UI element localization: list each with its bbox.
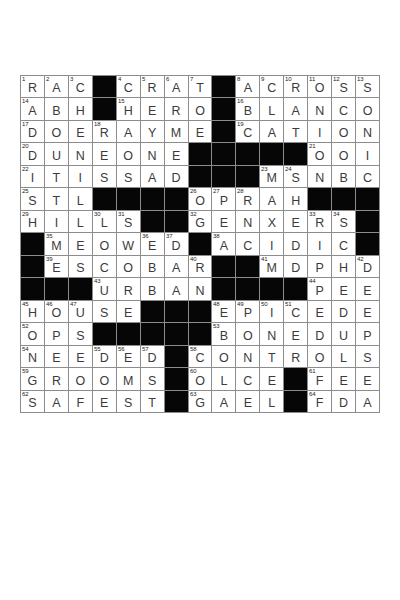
grid-cell-r1c15[interactable]: 13S: [356, 76, 379, 97]
grid-cell-r13c13[interactable]: O: [308, 346, 331, 367]
grid-cell-r1c2[interactable]: 2A: [45, 76, 68, 97]
black-cell-r4c9: [212, 143, 235, 164]
black-cell-r12c6: [141, 323, 164, 344]
black-cell-r12c7: [165, 323, 188, 344]
grid-cell-r1c7[interactable]: 6A: [165, 76, 188, 97]
grid-cell-r11c2[interactable]: 46O: [45, 301, 68, 322]
black-cell-r1c9: [212, 76, 235, 97]
cell-letter: A: [363, 397, 371, 410]
grid-cell-r2c6[interactable]: E: [141, 98, 164, 119]
clue-number-63: 63: [190, 391, 197, 397]
grid-cell-r14c3[interactable]: O: [69, 368, 92, 389]
grid-cell-r14c4[interactable]: O: [93, 368, 116, 389]
grid-cell-r6c8[interactable]: 26O: [189, 188, 212, 209]
grid-cell-r9c11[interactable]: 41M: [260, 256, 283, 277]
grid-cell-r13c9[interactable]: O: [212, 346, 235, 367]
cell-letter: N: [195, 285, 204, 298]
grid-cell-r6c10[interactable]: 28R: [236, 188, 259, 209]
grid-cell-r5c2[interactable]: T: [45, 166, 68, 187]
cell-letter: E: [220, 307, 228, 320]
cell-letter: O: [195, 105, 205, 118]
grid-cell-r7c14[interactable]: 34S: [332, 211, 355, 232]
grid-cell-r8c13[interactable]: I: [308, 233, 331, 254]
grid-cell-r4c15[interactable]: I: [356, 143, 379, 164]
cell-letter: E: [148, 240, 156, 253]
grid-cell-r3c2[interactable]: O: [45, 121, 68, 142]
grid-cell-r7c4[interactable]: 30L: [93, 211, 116, 232]
grid-cell-r15c4[interactable]: E: [93, 391, 116, 412]
grid-cell-r8c14[interactable]: C: [332, 233, 355, 254]
cell-letter: U: [52, 150, 61, 163]
grid-cell-r15c9[interactable]: A: [212, 391, 235, 412]
grid-cell-r7c9[interactable]: E: [212, 211, 235, 232]
cell-letter: E: [363, 285, 371, 298]
cell-letter: M: [51, 240, 61, 253]
black-cell-r10c1: [21, 278, 44, 299]
cell-letter: E: [220, 217, 228, 230]
grid-cell-r12c11[interactable]: N: [260, 323, 283, 344]
grid-cell-r11c1[interactable]: 45H: [21, 301, 44, 322]
clue-number-10: 10: [285, 76, 292, 82]
black-cell-r14c12: [284, 368, 307, 389]
grid-cell-r9c7[interactable]: A: [165, 256, 188, 277]
grid-cell-r14c13[interactable]: 61F: [308, 368, 331, 389]
grid-cell-r5c14[interactable]: B: [332, 166, 355, 187]
grid-cell-r4c7[interactable]: E: [165, 143, 188, 164]
grid-cell-r13c5[interactable]: 56E: [117, 346, 140, 367]
grid-cell-r7c5[interactable]: 31S: [117, 211, 140, 232]
cell-letter: E: [292, 217, 300, 230]
grid-cell-r1c11[interactable]: 9C: [260, 76, 283, 97]
grid-cell-r14c14[interactable]: E: [332, 368, 355, 389]
grid-cell-r8c5[interactable]: W: [117, 233, 140, 254]
grid-cell-r3c6[interactable]: Y: [141, 121, 164, 142]
grid-cell-r9c3[interactable]: S: [69, 256, 92, 277]
grid-cell-r15c5[interactable]: S: [117, 391, 140, 412]
grid-cell-r11c14[interactable]: D: [332, 301, 355, 322]
grid-cell-r2c7[interactable]: R: [165, 98, 188, 119]
clue-number-2: 2: [46, 76, 49, 82]
grid-cell-r2c15[interactable]: O: [356, 98, 379, 119]
grid-cell-r1c13[interactable]: 11O: [308, 76, 331, 97]
cell-letter: B: [148, 285, 156, 298]
cell-letter: M: [267, 172, 277, 185]
grid-cell-r15c3[interactable]: F: [69, 391, 92, 412]
grid-cell-r14c8[interactable]: 60O: [189, 368, 212, 389]
grid-cell-r2c11[interactable]: L: [260, 98, 283, 119]
cell-letter: R: [291, 352, 300, 365]
black-cell-r10c2: [45, 278, 68, 299]
clue-number-37: 37: [166, 233, 173, 239]
grid-cell-r1c3[interactable]: 3C: [69, 76, 92, 97]
black-cell-r12c5: [117, 323, 140, 344]
grid-cell-r2c12[interactable]: A: [284, 98, 307, 119]
cell-letter: M: [267, 262, 277, 275]
black-cell-r4c11: [260, 143, 283, 164]
cell-letter: A: [220, 397, 228, 410]
grid-cell-r3c8[interactable]: E: [189, 121, 212, 142]
cell-letter: T: [53, 195, 61, 208]
cell-letter: P: [315, 262, 323, 275]
cell-letter: L: [268, 397, 275, 410]
grid-cell-r7c13[interactable]: 33R: [308, 211, 331, 232]
grid-cell-r10c7[interactable]: A: [165, 278, 188, 299]
grid-cell-r1c12[interactable]: 10R: [284, 76, 307, 97]
grid-cell-r7c2[interactable]: I: [45, 211, 68, 232]
cell-letter: A: [172, 82, 180, 95]
cell-letter: C: [76, 82, 85, 95]
cell-letter: E: [339, 285, 347, 298]
black-cell-r10c10: [236, 278, 259, 299]
cell-letter: A: [268, 127, 276, 140]
clue-number-16: 16: [237, 98, 244, 104]
grid-cell-r13c2[interactable]: E: [45, 346, 68, 367]
grid-cell-r3c5[interactable]: A: [117, 121, 140, 142]
cell-letter: L: [268, 105, 275, 118]
cell-letter: E: [76, 240, 84, 253]
cell-letter: I: [366, 150, 369, 163]
grid-cell-r4c4[interactable]: E: [93, 143, 116, 164]
grid-cell-r9c5[interactable]: O: [117, 256, 140, 277]
grid-cell-r15c15[interactable]: A: [356, 391, 379, 412]
cell-letter: R: [172, 105, 181, 118]
grid-cell-r4c5[interactable]: O: [117, 143, 140, 164]
grid-cell-r6c3[interactable]: L: [69, 188, 92, 209]
grid-cell-r2c2[interactable]: B: [45, 98, 68, 119]
grid-cell-r1c14[interactable]: 12S: [332, 76, 355, 97]
clue-number-62: 62: [22, 391, 29, 397]
grid-cell-r14c10[interactable]: C: [236, 368, 259, 389]
clue-number-1: 1: [22, 76, 25, 82]
black-cell-r6c13: [308, 188, 331, 209]
clue-number-57: 57: [142, 346, 149, 352]
grid-cell-r13c3[interactable]: E: [69, 346, 92, 367]
grid-cell-r3c11[interactable]: A: [260, 121, 283, 142]
grid-cell-r5c4[interactable]: S: [93, 166, 116, 187]
clue-number-18: 18: [94, 121, 101, 127]
cell-letter: D: [291, 240, 300, 253]
grid-cell-r12c15[interactable]: P: [356, 323, 379, 344]
grid-cell-r4c2[interactable]: U: [45, 143, 68, 164]
cell-letter: E: [148, 105, 156, 118]
cell-letter: S: [28, 195, 36, 208]
grid-cell-r9c15[interactable]: 42D: [356, 256, 379, 277]
cell-letter: S: [28, 397, 36, 410]
clue-number-13: 13: [357, 76, 364, 82]
grid-cell-r15c6[interactable]: T: [141, 391, 164, 412]
black-cell-r4c8: [189, 143, 212, 164]
grid-cell-r6c11[interactable]: A: [260, 188, 283, 209]
black-cell-r10c3: [69, 278, 92, 299]
grid-cell-r8c7[interactable]: 37D: [165, 233, 188, 254]
grid-cell-r14c2[interactable]: R: [45, 368, 68, 389]
grid-cell-r11c12[interactable]: 51C: [284, 301, 307, 322]
grid-cell-r4c1[interactable]: 20D: [21, 143, 44, 164]
cell-letter: E: [339, 375, 347, 388]
grid-cell-r4c3[interactable]: N: [69, 143, 92, 164]
cell-letter: E: [100, 397, 108, 410]
cell-letter: C: [243, 240, 252, 253]
grid-cell-r12c3[interactable]: S: [69, 323, 92, 344]
cell-letter: C: [243, 375, 252, 388]
cell-letter: T: [148, 397, 156, 410]
clue-number-36: 36: [142, 233, 149, 239]
cell-letter: S: [148, 375, 156, 388]
clue-number-55: 55: [94, 346, 101, 352]
grid-cell-r2c14[interactable]: C: [332, 98, 355, 119]
grid-cell-r8c4[interactable]: O: [93, 233, 116, 254]
cell-letter: B: [339, 172, 347, 185]
black-cell-r11c6: [141, 301, 164, 322]
grid-cell-r2c1[interactable]: 14A: [21, 98, 44, 119]
grid-cell-r2c13[interactable]: N: [308, 98, 331, 119]
cell-letter: R: [100, 127, 109, 140]
grid-cell-r5c6[interactable]: A: [141, 166, 164, 187]
black-cell-r8c8: [189, 233, 212, 254]
cell-letter: P: [52, 330, 60, 343]
clue-number-20: 20: [22, 143, 29, 149]
black-cell-r3c9: [212, 121, 235, 142]
grid-cell-r1c6[interactable]: 5R: [141, 76, 164, 97]
grid-cell-r12c2[interactable]: P: [45, 323, 68, 344]
grid-cell-r5c3[interactable]: I: [69, 166, 92, 187]
cell-letter: B: [244, 105, 252, 118]
grid-cell-r7c10[interactable]: N: [236, 211, 259, 232]
grid-cell-r5c5[interactable]: S: [117, 166, 140, 187]
cell-letter: P: [220, 195, 228, 208]
grid-cell-r10c5[interactable]: R: [117, 278, 140, 299]
clue-number-11: 11: [309, 76, 315, 82]
grid-cell-r5c15[interactable]: C: [356, 166, 379, 187]
grid-cell-r3c15[interactable]: N: [356, 121, 379, 142]
cell-letter: P: [315, 285, 323, 298]
cell-letter: A: [28, 105, 36, 118]
grid-cell-r15c2[interactable]: A: [45, 391, 68, 412]
grid-cell-r7c3[interactable]: L: [69, 211, 92, 232]
grid-cell-r9c2[interactable]: 39E: [45, 256, 68, 277]
black-cell-r6c6: [141, 188, 164, 209]
clue-number-48: 48: [213, 301, 220, 307]
clue-number-7: 7: [190, 76, 193, 82]
cell-letter: H: [339, 262, 348, 275]
black-cell-r10c11: [260, 278, 283, 299]
grid-cell-r3c12[interactable]: T: [284, 121, 307, 142]
grid-cell-r3c14[interactable]: O: [332, 121, 355, 142]
grid-cell-r15c13[interactable]: 64F: [308, 391, 331, 412]
grid-cell-r15c11[interactable]: L: [260, 391, 283, 412]
cell-letter: N: [76, 150, 85, 163]
grid-cell-r15c10[interactable]: E: [236, 391, 259, 412]
cell-letter: O: [363, 105, 373, 118]
grid-cell-r10c13[interactable]: 44P: [308, 278, 331, 299]
grid-cell-r10c8[interactable]: N: [189, 278, 212, 299]
grid-cell-r12c1[interactable]: 52O: [21, 323, 44, 344]
grid-cell-r13c10[interactable]: N: [236, 346, 259, 367]
grid-cell-r11c10[interactable]: 49P: [236, 301, 259, 322]
grid-cell-r12c13[interactable]: D: [308, 323, 331, 344]
black-cell-r11c7: [165, 301, 188, 322]
grid-cell-r7c11[interactable]: X: [260, 211, 283, 232]
grid-cell-r9c6[interactable]: B: [141, 256, 164, 277]
grid-cell-r2c10[interactable]: 16B: [236, 98, 259, 119]
grid-cell-r5c11[interactable]: 23M: [260, 166, 283, 187]
grid-cell-r2c8[interactable]: O: [189, 98, 212, 119]
grid-cell-r4c14[interactable]: O: [332, 143, 355, 164]
cell-letter: E: [124, 307, 132, 320]
grid-cell-r5c1[interactable]: 22I: [21, 166, 44, 187]
black-cell-r15c12: [284, 391, 307, 412]
grid-cell-r14c11[interactable]: E: [260, 368, 283, 389]
grid-cell-r10c15[interactable]: E: [356, 278, 379, 299]
cell-letter: B: [52, 105, 60, 118]
grid-cell-r11c4[interactable]: S: [93, 301, 116, 322]
grid-cell-r13c15[interactable]: S: [356, 346, 379, 367]
grid-cell-r15c1[interactable]: 62S: [21, 391, 44, 412]
cell-letter: C: [195, 352, 204, 365]
grid-cell-r15c14[interactable]: D: [332, 391, 355, 412]
cell-letter: L: [340, 352, 347, 365]
cell-letter: O: [315, 82, 325, 95]
cell-letter: O: [243, 330, 253, 343]
grid-cell-r4c6[interactable]: N: [141, 143, 164, 164]
cell-letter: C: [243, 127, 252, 140]
grid-cell-r13c4[interactable]: 55D: [93, 346, 116, 367]
grid-cell-r3c1[interactable]: 17D: [21, 121, 44, 142]
grid-cell-r14c1[interactable]: 59G: [21, 368, 44, 389]
black-cell-r4c12: [284, 143, 307, 164]
grid-cell-r1c1[interactable]: 1R: [21, 76, 44, 97]
cell-letter: T: [292, 127, 300, 140]
grid-cell-r13c8[interactable]: 58C: [189, 346, 212, 367]
cell-letter: A: [172, 285, 180, 298]
grid-cell-r14c9[interactable]: L: [212, 368, 235, 389]
cell-letter: R: [195, 262, 204, 275]
grid-cell-r8c11[interactable]: I: [260, 233, 283, 254]
grid-cell-r8c2[interactable]: 35M: [45, 233, 68, 254]
grid-cell-r7c8[interactable]: 32G: [189, 211, 212, 232]
grid-cell-r8c6[interactable]: 36E: [141, 233, 164, 254]
grid-cell-r1c10[interactable]: 8A: [236, 76, 259, 97]
cell-letter: C: [339, 105, 348, 118]
grid-cell-r6c9[interactable]: 27P: [212, 188, 235, 209]
grid-cell-r5c7[interactable]: D: [165, 166, 188, 187]
cell-letter: X: [268, 217, 276, 230]
grid-cell-r9c14[interactable]: H: [332, 256, 355, 277]
cell-letter: F: [316, 397, 324, 410]
grid-cell-r13c11[interactable]: T: [260, 346, 283, 367]
grid-cell-r2c3[interactable]: H: [69, 98, 92, 119]
grid-cell-r13c14[interactable]: L: [332, 346, 355, 367]
cell-letter: R: [315, 217, 324, 230]
cell-letter: O: [123, 150, 133, 163]
grid-cell-r5c13[interactable]: N: [308, 166, 331, 187]
grid-cell-r3c7[interactable]: M: [165, 121, 188, 142]
grid-cell-r10c14[interactable]: E: [332, 278, 355, 299]
cell-letter: U: [76, 307, 85, 320]
grid-cell-r6c12[interactable]: H: [284, 188, 307, 209]
black-cell-r2c9: [212, 98, 235, 119]
grid-cell-r11c3[interactable]: 47U: [69, 301, 92, 322]
grid-cell-r4c13[interactable]: 21O: [308, 143, 331, 164]
grid-cell-r3c3[interactable]: E: [69, 121, 92, 142]
grid-cell-r9c8[interactable]: 40R: [189, 256, 212, 277]
grid-cell-r3c13[interactable]: I: [308, 121, 331, 142]
grid-cell-r12c9[interactable]: 53B: [212, 323, 235, 344]
grid-cell-r6c1[interactable]: 25S: [21, 188, 44, 209]
clue-number-42: 42: [357, 256, 364, 262]
cell-letter: O: [315, 150, 325, 163]
grid-cell-r14c15[interactable]: E: [356, 368, 379, 389]
grid-cell-r14c6[interactable]: S: [141, 368, 164, 389]
grid-cell-r7c12[interactable]: E: [284, 211, 307, 232]
black-cell-r8c1: [21, 233, 44, 254]
grid-cell-r13c6[interactable]: 57D: [141, 346, 164, 367]
cell-letter: E: [315, 307, 323, 320]
clue-number-52: 52: [22, 323, 29, 329]
grid-cell-r1c5[interactable]: 4C: [117, 76, 140, 97]
grid-cell-r12c12[interactable]: E: [284, 323, 307, 344]
cell-letter: A: [268, 195, 276, 208]
grid-cell-r14c5[interactable]: M: [117, 368, 140, 389]
grid-cell-r9c4[interactable]: C: [93, 256, 116, 277]
cell-letter: H: [28, 307, 37, 320]
grid-cell-r13c12[interactable]: R: [284, 346, 307, 367]
grid-cell-r9c13[interactable]: P: [308, 256, 331, 277]
clue-number-21: 21: [309, 143, 316, 149]
cell-letter: N: [28, 352, 37, 365]
black-cell-r5c9: [212, 166, 235, 187]
grid-cell-r9c12[interactable]: D: [284, 256, 307, 277]
grid-cell-r1c8[interactable]: 7T: [189, 76, 212, 97]
grid-cell-r11c13[interactable]: E: [308, 301, 331, 322]
grid-cell-r2c5[interactable]: 15H: [117, 98, 140, 119]
grid-cell-r13c1[interactable]: 54N: [21, 346, 44, 367]
cell-letter: R: [52, 375, 61, 388]
cell-letter: N: [315, 172, 324, 185]
grid-cell-r3c10[interactable]: 19C: [236, 121, 259, 142]
clue-number-38: 38: [213, 233, 220, 239]
black-cell-r5c10: [236, 166, 259, 187]
grid-cell-r12c14[interactable]: U: [332, 323, 355, 344]
cell-letter: D: [100, 352, 109, 365]
grid-cell-r11c9[interactable]: 48E: [212, 301, 235, 322]
grid-cell-r8c9[interactable]: 38A: [212, 233, 235, 254]
grid-cell-r8c12[interactable]: D: [284, 233, 307, 254]
grid-cell-r12c10[interactable]: O: [236, 323, 259, 344]
grid-cell-r10c4[interactable]: 43U: [93, 278, 116, 299]
grid-cell-r11c5[interactable]: E: [117, 301, 140, 322]
grid-cell-r6c2[interactable]: T: [45, 188, 68, 209]
cell-letter: D: [315, 330, 324, 343]
grid-cell-r8c3[interactable]: E: [69, 233, 92, 254]
grid-cell-r11c11[interactable]: 50I: [260, 301, 283, 322]
cell-letter: I: [318, 127, 321, 140]
clue-number-25: 25: [22, 188, 29, 194]
grid-cell-r5c12[interactable]: 24S: [284, 166, 307, 187]
grid-cell-r15c8[interactable]: 63G: [189, 391, 212, 412]
grid-cell-r11c15[interactable]: E: [356, 301, 379, 322]
grid-cell-r8c10[interactable]: C: [236, 233, 259, 254]
black-cell-r6c5: [117, 188, 140, 209]
cell-letter: D: [172, 240, 181, 253]
grid-cell-r7c1[interactable]: 29H: [21, 211, 44, 232]
grid-cell-r10c6[interactable]: B: [141, 278, 164, 299]
cell-letter: F: [77, 397, 85, 410]
grid-cell-r3c4[interactable]: 18R: [93, 121, 116, 142]
cell-letter: O: [99, 375, 109, 388]
cell-letter: P: [363, 330, 371, 343]
cell-letter: D: [339, 307, 348, 320]
